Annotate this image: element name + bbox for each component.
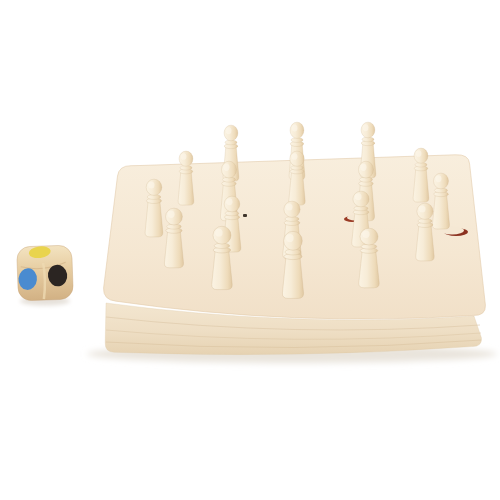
board-speck — [243, 214, 247, 217]
peg-r4c4[interactable] — [359, 228, 380, 288]
peg-r1c5[interactable] — [413, 148, 429, 202]
peg-r4c2[interactable] — [212, 226, 233, 289]
peg-r4c3[interactable] — [282, 231, 303, 298]
product-photo — [0, 0, 500, 500]
color-die[interactable] — [16, 244, 73, 305]
peg-r2c1[interactable] — [145, 179, 163, 237]
peg-r4c5[interactable] — [416, 203, 434, 261]
peg-r2c3[interactable] — [289, 151, 305, 205]
peg-r1c1[interactable] — [178, 151, 194, 205]
peg-r3c1[interactable] — [164, 208, 183, 268]
peg-r2c5[interactable] — [432, 173, 449, 229]
